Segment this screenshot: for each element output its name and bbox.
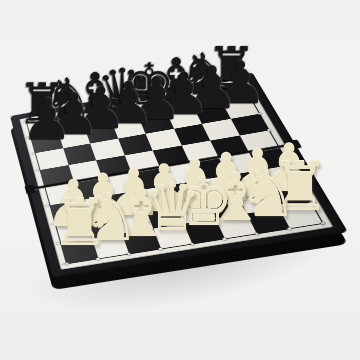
piece-black-pawn-a7[interactable]: ♟: [21, 90, 72, 147]
hinge-left-icon: [24, 184, 35, 194]
product-photo: ♜♞♝♛♚♝♞♜♟♟♟♟♟♟♟♟♟♟♟♟♟♟♟♟♜♞♝♛♚♝♞♜: [0, 0, 360, 360]
piece-white-rook-a1[interactable]: ♜: [50, 191, 108, 256]
